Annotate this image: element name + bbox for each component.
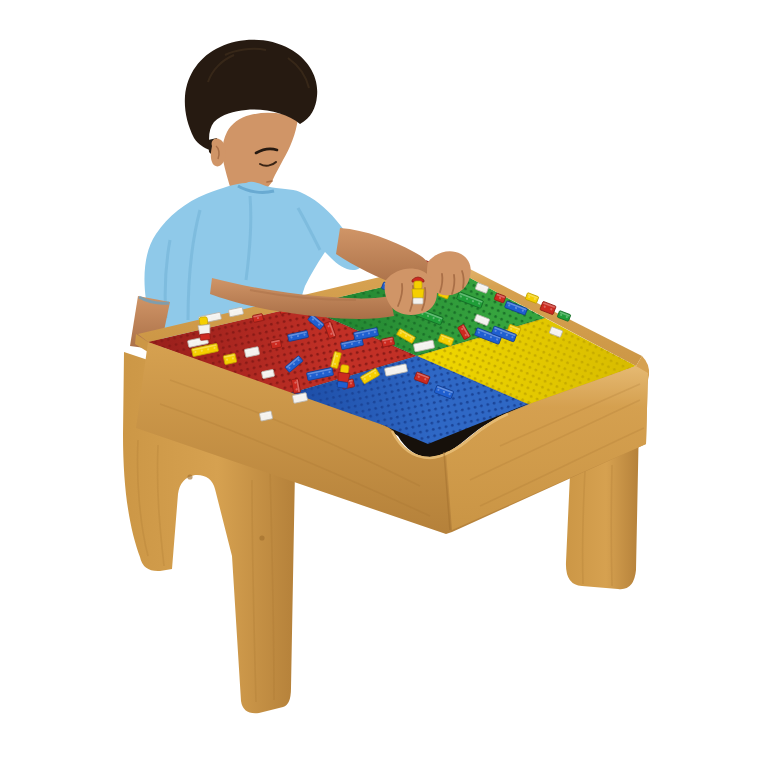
panel-screw: [259, 535, 264, 540]
lego-brick: [252, 314, 263, 323]
lego-minifigure: [412, 277, 424, 304]
product-photo: [0, 0, 768, 768]
minifig-torso: [198, 324, 211, 334]
lego-brick: [270, 339, 281, 349]
panel-screw: [187, 474, 192, 479]
minifig-legs: [413, 298, 423, 304]
boy-nostril: [267, 181, 272, 182]
minifig-legs: [337, 381, 348, 388]
lego-brick: [223, 353, 237, 364]
minifig-head: [199, 317, 208, 326]
minifig-torso: [412, 289, 424, 298]
minifig-legs: [200, 333, 211, 340]
minifig-head: [340, 365, 349, 374]
scene-canvas: [0, 0, 768, 768]
minifig-head: [414, 281, 422, 289]
